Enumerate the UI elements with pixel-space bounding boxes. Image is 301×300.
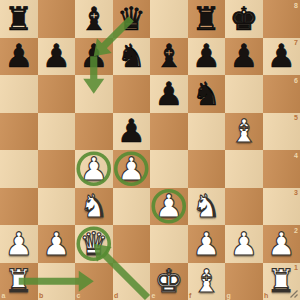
piece-black-queen-d8[interactable]: ♛ xyxy=(113,0,151,38)
piece-black-king-g8[interactable]: ♚ xyxy=(225,0,263,38)
square-g5[interactable]: ♝ xyxy=(225,113,263,151)
square-h7[interactable]: 7♟ xyxy=(263,38,301,76)
square-a4[interactable] xyxy=(0,150,38,188)
square-a2[interactable]: ♟ xyxy=(0,225,38,263)
square-h8[interactable]: 8 xyxy=(263,0,301,38)
piece-white-king-e1[interactable]: ♚ xyxy=(150,263,188,300)
square-g6[interactable] xyxy=(225,75,263,113)
square-g8[interactable]: ♚ xyxy=(225,0,263,38)
piece-black-pawn-b7[interactable]: ♟ xyxy=(38,38,76,76)
piece-white-pawn-e3[interactable]: ♟ xyxy=(150,188,188,226)
piece-white-pawn-g2[interactable]: ♟ xyxy=(225,225,263,263)
square-g2[interactable]: ♟ xyxy=(225,225,263,263)
piece-white-bishop-f1[interactable]: ♝ xyxy=(188,263,226,300)
square-b3[interactable] xyxy=(38,188,76,226)
square-f7[interactable]: ♟ xyxy=(188,38,226,76)
square-h4[interactable]: 4 xyxy=(263,150,301,188)
square-h2[interactable]: 2♟ xyxy=(263,225,301,263)
square-f6[interactable]: ♞ xyxy=(188,75,226,113)
piece-black-knight-f6[interactable]: ♞ xyxy=(188,75,226,113)
square-f5[interactable] xyxy=(188,113,226,151)
coord-rank-6: 6 xyxy=(294,77,298,84)
piece-black-pawn-f7[interactable]: ♟ xyxy=(188,38,226,76)
square-h6[interactable]: 6 xyxy=(263,75,301,113)
piece-black-pawn-g7[interactable]: ♟ xyxy=(225,38,263,76)
square-a5[interactable] xyxy=(0,113,38,151)
square-h5[interactable]: 5 xyxy=(263,113,301,151)
square-c5[interactable] xyxy=(75,113,113,151)
square-b1[interactable]: b xyxy=(38,263,76,300)
coord-rank-8: 8 xyxy=(294,2,298,9)
coord-rank-3: 3 xyxy=(294,189,298,196)
square-d1[interactable]: d xyxy=(113,263,151,300)
square-c2[interactable]: ♛ xyxy=(75,225,113,263)
square-h1[interactable]: h1♜ xyxy=(263,263,301,300)
square-d6[interactable] xyxy=(113,75,151,113)
square-d5[interactable]: ♟ xyxy=(113,113,151,151)
piece-black-rook-a8[interactable]: ♜ xyxy=(0,0,38,38)
square-f2[interactable]: ♟ xyxy=(188,225,226,263)
square-g4[interactable] xyxy=(225,150,263,188)
square-e3[interactable]: ♟ xyxy=(150,188,188,226)
coord-file-g: g xyxy=(227,292,231,299)
square-d3[interactable] xyxy=(113,188,151,226)
coord-file-b: b xyxy=(39,292,43,299)
piece-white-pawn-c4[interactable]: ♟ xyxy=(75,150,113,188)
square-g7[interactable]: ♟ xyxy=(225,38,263,76)
square-a7[interactable]: ♟ xyxy=(0,38,38,76)
square-e5[interactable] xyxy=(150,113,188,151)
square-b6[interactable] xyxy=(38,75,76,113)
square-e8[interactable] xyxy=(150,0,188,38)
square-c1[interactable]: c xyxy=(75,263,113,300)
square-e4[interactable] xyxy=(150,150,188,188)
coord-file-d: d xyxy=(114,292,118,299)
square-f1[interactable]: f♝ xyxy=(188,263,226,300)
square-e2[interactable] xyxy=(150,225,188,263)
piece-white-rook-h1[interactable]: ♜ xyxy=(263,263,301,300)
square-b4[interactable] xyxy=(38,150,76,188)
square-f8[interactable]: ♜ xyxy=(188,0,226,38)
square-f4[interactable] xyxy=(188,150,226,188)
coord-rank-4: 4 xyxy=(294,152,298,159)
square-b5[interactable] xyxy=(38,113,76,151)
chess-board: ♜♝♛♜♚8♟♟♟♞♝♟♟7♟♟♞6♟♝5♟♟4♞♟♞3♟♟♛♟♟2♟a♜bcd… xyxy=(0,0,300,300)
square-g1[interactable]: g xyxy=(225,263,263,300)
piece-black-bishop-e7[interactable]: ♝ xyxy=(150,38,188,76)
square-e6[interactable]: ♟ xyxy=(150,75,188,113)
square-f3[interactable]: ♞ xyxy=(188,188,226,226)
piece-black-rook-f8[interactable]: ♜ xyxy=(188,0,226,38)
piece-black-pawn-h7[interactable]: ♟ xyxy=(263,38,301,76)
square-b8[interactable] xyxy=(38,0,76,38)
square-a6[interactable] xyxy=(0,75,38,113)
coord-file-c: c xyxy=(77,292,81,299)
square-d7[interactable]: ♞ xyxy=(113,38,151,76)
piece-white-pawn-a2[interactable]: ♟ xyxy=(0,225,38,263)
square-c7[interactable]: ♟ xyxy=(75,38,113,76)
square-a1[interactable]: a♜ xyxy=(0,263,38,300)
piece-black-pawn-c7[interactable]: ♟ xyxy=(75,38,113,76)
square-c6[interactable] xyxy=(75,75,113,113)
piece-white-knight-f3[interactable]: ♞ xyxy=(188,188,226,226)
square-e1[interactable]: e♚ xyxy=(150,263,188,300)
piece-white-pawn-f2[interactable]: ♟ xyxy=(188,225,226,263)
piece-white-knight-c3[interactable]: ♞ xyxy=(75,188,113,226)
square-b2[interactable]: ♟ xyxy=(38,225,76,263)
square-c8[interactable]: ♝ xyxy=(75,0,113,38)
square-d4[interactable]: ♟ xyxy=(113,150,151,188)
piece-white-rook-a1[interactable]: ♜ xyxy=(0,263,38,300)
square-b7[interactable]: ♟ xyxy=(38,38,76,76)
piece-white-pawn-h2[interactable]: ♟ xyxy=(263,225,301,263)
piece-black-bishop-c8[interactable]: ♝ xyxy=(75,0,113,38)
square-g3[interactable] xyxy=(225,188,263,226)
square-e7[interactable]: ♝ xyxy=(150,38,188,76)
square-a3[interactable] xyxy=(0,188,38,226)
piece-white-bishop-g5[interactable]: ♝ xyxy=(225,113,263,151)
piece-white-queen-c2[interactable]: ♛ xyxy=(75,225,113,263)
square-a8[interactable]: ♜ xyxy=(0,0,38,38)
piece-white-pawn-d4[interactable]: ♟ xyxy=(113,150,151,188)
piece-white-pawn-b2[interactable]: ♟ xyxy=(38,225,76,263)
piece-black-pawn-e6[interactable]: ♟ xyxy=(150,75,188,113)
piece-black-knight-d7[interactable]: ♞ xyxy=(113,38,151,76)
square-h3[interactable]: 3 xyxy=(263,188,301,226)
piece-black-pawn-d5[interactable]: ♟ xyxy=(113,113,151,151)
square-c3[interactable]: ♞ xyxy=(75,188,113,226)
coord-rank-5: 5 xyxy=(294,114,298,121)
square-d2[interactable] xyxy=(113,225,151,263)
square-d8[interactable]: ♛ xyxy=(113,0,151,38)
square-c4[interactable]: ♟ xyxy=(75,150,113,188)
piece-black-pawn-a7[interactable]: ♟ xyxy=(0,38,38,76)
